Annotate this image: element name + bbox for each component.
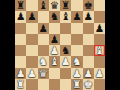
square-g6[interactable] [83, 23, 94, 34]
square-h2[interactable]: ♟ [94, 68, 105, 79]
square-c7[interactable] [38, 11, 49, 22]
piece-black-bishop: ♝ [38, 0, 47, 11]
square-e8[interactable]: ♜ [60, 0, 71, 11]
piece-black-knight: ♞ [61, 45, 70, 56]
square-b5[interactable] [26, 34, 37, 45]
piece-black-bishop: ♝ [61, 11, 70, 22]
piece-white-pawn: ♟ [16, 68, 25, 79]
square-c2[interactable]: ♛ [38, 68, 49, 79]
square-g2[interactable]: ♟ [83, 68, 94, 79]
square-a4[interactable] [15, 45, 26, 56]
square-h5[interactable] [94, 34, 105, 45]
piece-white-pawn: ♟ [27, 68, 36, 79]
piece-black-rook: ♜ [16, 0, 25, 11]
square-d3[interactable]: ♝ [49, 56, 60, 67]
square-f1[interactable]: ♜ [71, 79, 82, 90]
square-e4[interactable]: ♞ [60, 45, 71, 56]
letterbox-right [105, 0, 120, 90]
square-d6[interactable] [49, 23, 60, 34]
square-b1[interactable] [26, 79, 37, 90]
square-d5[interactable]: ♟ [49, 34, 60, 45]
square-g8[interactable]: ♚ [83, 0, 94, 11]
piece-black-pawn: ♟ [16, 11, 25, 22]
square-a3[interactable] [15, 56, 26, 67]
piece-black-king: ♚ [83, 0, 92, 11]
piece-white-knight: ♞ [38, 56, 47, 67]
square-b3[interactable] [26, 56, 37, 67]
piece-white-rook: ♜ [16, 79, 25, 90]
piece-black-rook: ♜ [61, 0, 70, 11]
piece-white-bishop: ♝ [95, 45, 104, 56]
piece-black-pawn: ♟ [50, 34, 59, 45]
square-c6[interactable]: ♟ [38, 23, 49, 34]
piece-black-pawn: ♟ [95, 23, 104, 34]
square-c5[interactable] [38, 34, 49, 45]
piece-white-pawn: ♟ [61, 56, 70, 67]
piece-white-queen: ♛ [38, 68, 47, 79]
square-h7[interactable] [94, 11, 105, 22]
piece-white-rook: ♜ [72, 79, 81, 90]
square-b2[interactable]: ♟ [26, 68, 37, 79]
square-g1[interactable]: ♚ [83, 79, 94, 90]
piece-black-knight: ♞ [50, 11, 59, 22]
square-e7[interactable]: ♝ [60, 11, 71, 22]
square-f8[interactable] [71, 0, 82, 11]
piece-white-pawn: ♟ [72, 68, 81, 79]
square-h6[interactable]: ♟ [94, 23, 105, 34]
square-d4[interactable]: ♟ [49, 45, 60, 56]
square-c8[interactable]: ♝ [38, 0, 49, 11]
chess-board[interactable]: ♜♝♛♜♚♟♟♞♝♟♟♟♟♟♟♞♝♞♝♟♞♟♟♛♟♟♟♜♜♚ [15, 0, 105, 90]
square-c1[interactable] [38, 79, 49, 90]
square-e3[interactable]: ♟ [60, 56, 71, 67]
square-f4[interactable] [71, 45, 82, 56]
square-b4[interactable] [26, 45, 37, 56]
square-a7[interactable]: ♟ [15, 11, 26, 22]
square-h3[interactable] [94, 56, 105, 67]
square-d8[interactable]: ♛ [49, 0, 60, 11]
square-e1[interactable] [60, 79, 71, 90]
square-a8[interactable]: ♜ [15, 0, 26, 11]
piece-black-pawn: ♟ [83, 11, 92, 22]
square-d1[interactable] [49, 79, 60, 90]
letterbox-left [0, 0, 15, 90]
square-a2[interactable]: ♟ [15, 68, 26, 79]
square-e6[interactable] [60, 23, 71, 34]
square-g3[interactable] [83, 56, 94, 67]
piece-white-king: ♚ [83, 79, 92, 90]
square-a5[interactable] [15, 34, 26, 45]
piece-white-knight: ♞ [72, 56, 81, 67]
square-f6[interactable] [71, 23, 82, 34]
square-f7[interactable]: ♟ [71, 11, 82, 22]
piece-white-bishop: ♝ [50, 56, 59, 67]
square-f2[interactable]: ♟ [71, 68, 82, 79]
piece-black-pawn: ♟ [72, 11, 81, 22]
square-g5[interactable] [83, 34, 94, 45]
square-a1[interactable]: ♜ [15, 79, 26, 90]
square-c4[interactable] [38, 45, 49, 56]
square-d7[interactable]: ♞ [49, 11, 60, 22]
square-e2[interactable] [60, 68, 71, 79]
square-f3[interactable]: ♞ [71, 56, 82, 67]
video-frame: ♜♝♛♜♚♟♟♞♝♟♟♟♟♟♟♞♝♞♝♟♞♟♟♛♟♟♟♜♜♚ [0, 0, 120, 90]
square-d2[interactable] [49, 68, 60, 79]
square-e5[interactable] [60, 34, 71, 45]
square-c3[interactable]: ♞ [38, 56, 49, 67]
square-h1[interactable] [94, 79, 105, 90]
piece-black-pawn: ♟ [27, 11, 36, 22]
square-f5[interactable] [71, 34, 82, 45]
piece-white-pawn: ♟ [95, 68, 104, 79]
square-b7[interactable]: ♟ [26, 11, 37, 22]
piece-black-pawn: ♟ [38, 23, 47, 34]
square-b6[interactable] [26, 23, 37, 34]
square-a6[interactable] [15, 23, 26, 34]
square-b8[interactable] [26, 0, 37, 11]
piece-white-pawn: ♟ [50, 45, 59, 56]
piece-white-pawn: ♟ [83, 68, 92, 79]
square-h4[interactable]: ♝ [94, 45, 105, 56]
piece-black-queen: ♛ [50, 0, 59, 11]
square-g7[interactable]: ♟ [83, 11, 94, 22]
square-h8[interactable] [94, 0, 105, 11]
square-g4[interactable] [83, 45, 94, 56]
